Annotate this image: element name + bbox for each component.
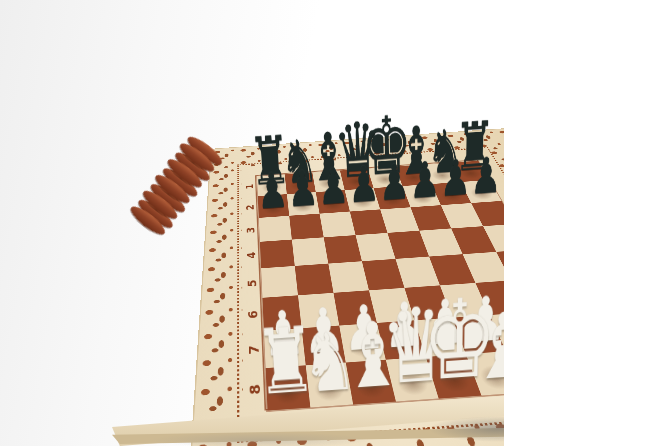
piece-black-pawn[interactable]: ♟ (286, 163, 320, 214)
board-photo: hgfedcba 12345678 ♜♞♝♛♚♝♞♜♟♟♟♟♟♟♟♟♟♟♟♟♟♟… (0, 0, 670, 446)
photo-content-area: hgfedcba 12345678 ♜♞♝♛♚♝♞♜♟♟♟♟♟♟♟♟♟♟♟♟♟♟… (0, 0, 504, 446)
piece-black-pawn[interactable]: ♟ (347, 159, 380, 210)
rank-label-4: 4 (235, 247, 268, 264)
piece-cell-d2: ♟ (374, 186, 411, 209)
rank-label-1: 1 (235, 180, 264, 193)
piece-black-pawn[interactable]: ♟ (409, 154, 441, 205)
piece-black-pawn[interactable]: ♟ (378, 156, 410, 207)
perspective-scene: hgfedcba 12345678 ♜♞♝♛♚♝♞♜♟♟♟♟♟♟♟♟♟♟♟♟♟♟… (0, 0, 504, 446)
rank-label-3: 3 (235, 222, 267, 238)
piece-black-pawn[interactable]: ♟ (440, 152, 472, 203)
piece-black-pawn[interactable]: ♟ (316, 161, 349, 212)
piece-cell-e2: ♟ (345, 188, 381, 211)
piece-cell-g2: ♟ (287, 192, 320, 216)
chess-board: hgfedcba 12345678 ♜♞♝♛♚♝♞♜♟♟♟♟♟♟♟♟♟♟♟♟♟♟… (187, 128, 504, 446)
piece-cell-c8: ♝ (466, 351, 504, 395)
piece-cell-f2: ♟ (316, 190, 350, 214)
pieces-layer: ♜♞♝♛♚♝♞♜♟♟♟♟♟♟♟♟♟♟♟♟♟♟♟♟♜♞♝♛♚♝♞♜ (257, 161, 504, 411)
rank-label-2: 2 (235, 200, 265, 214)
piece-black-pawn[interactable]: ♟ (470, 150, 502, 201)
ground-shadow-left (150, 432, 370, 446)
